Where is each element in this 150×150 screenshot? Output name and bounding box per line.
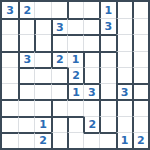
cell-r3c3[interactable] [34, 34, 50, 50]
cell-r2c1[interactable] [2, 18, 18, 34]
cell-r8c4[interactable] [51, 116, 67, 132]
cell-r4c8[interactable] [116, 51, 132, 67]
cell-r3c1[interactable] [2, 34, 18, 50]
cell-r3c6[interactable] [83, 34, 99, 50]
cell-r3c9[interactable] [132, 34, 148, 50]
cell-r7c9[interactable] [132, 99, 148, 115]
cell-r2c8[interactable] [116, 18, 132, 34]
cell-r4c9[interactable] [132, 51, 148, 67]
puzzle-screenshot: 32133321213312212 [0, 0, 150, 150]
cell-r4c2-given-3: 3 [18, 51, 34, 67]
puzzle-board: 32133321213312212 [0, 0, 150, 150]
cell-r6c2[interactable] [18, 83, 34, 99]
cell-r5c6[interactable] [83, 67, 99, 83]
cell-r8c8[interactable] [116, 116, 132, 132]
cell-r2c2[interactable] [18, 18, 34, 34]
cell-r3c5[interactable] [67, 34, 83, 50]
cell-r6c6-given-3: 3 [83, 83, 99, 99]
cell-r8c1[interactable] [2, 116, 18, 132]
cell-r4c5-given-1: 1 [67, 51, 83, 67]
cell-r6c4[interactable] [51, 83, 67, 99]
cell-r9c3-given-2: 2 [34, 132, 50, 148]
cell-r6c5-given-1: 1 [67, 83, 83, 99]
cell-r6c1[interactable] [2, 83, 18, 99]
cell-r9c7[interactable] [99, 132, 115, 148]
cell-r2c5[interactable] [67, 18, 83, 34]
cell-r5c5-given-2: 2 [67, 67, 83, 83]
cell-r1c1-given-3: 3 [2, 2, 18, 18]
cell-r7c5[interactable] [67, 99, 83, 115]
cell-r9c8-given-1: 1 [116, 132, 132, 148]
cell-r5c1[interactable] [2, 67, 18, 83]
cell-r2c6[interactable] [83, 18, 99, 34]
cell-r1c8[interactable] [116, 2, 132, 18]
cell-r5c2[interactable] [18, 67, 34, 83]
cell-r4c3[interactable] [34, 51, 50, 67]
cell-r2c4-given-3: 3 [51, 18, 67, 34]
cell-r8c3-given-1: 1 [34, 116, 50, 132]
cell-r3c2[interactable] [18, 34, 34, 50]
cell-r2c9[interactable] [132, 18, 148, 34]
cell-r3c7[interactable] [99, 34, 115, 50]
cell-r8c6-given-2: 2 [83, 116, 99, 132]
cell-r7c4[interactable] [51, 99, 67, 115]
cell-r1c7-given-1: 1 [99, 2, 115, 18]
cell-r3c8[interactable] [116, 34, 132, 50]
cell-r9c6[interactable] [83, 132, 99, 148]
cell-r5c7[interactable] [99, 67, 115, 83]
cell-r1c2-given-2: 2 [18, 2, 34, 18]
cell-r8c5[interactable] [67, 116, 83, 132]
cell-r6c7[interactable] [99, 83, 115, 99]
cell-r9c2[interactable] [18, 132, 34, 148]
cell-r4c7[interactable] [99, 51, 115, 67]
cell-r8c9[interactable] [132, 116, 148, 132]
cell-r6c9[interactable] [132, 83, 148, 99]
cell-r2c7-given-3: 3 [99, 18, 115, 34]
cell-r1c3[interactable] [34, 2, 50, 18]
cell-r9c5[interactable] [67, 132, 83, 148]
cell-r8c7[interactable] [99, 116, 115, 132]
cell-r7c8[interactable] [116, 99, 132, 115]
cell-r5c8[interactable] [116, 67, 132, 83]
cell-r5c9[interactable] [132, 67, 148, 83]
cell-r9c1[interactable] [2, 132, 18, 148]
cell-r8c2[interactable] [18, 116, 34, 132]
cell-r5c4[interactable] [51, 67, 67, 83]
cell-r6c8-given-3: 3 [116, 83, 132, 99]
cell-r6c3[interactable] [34, 83, 50, 99]
cell-r7c2[interactable] [18, 99, 34, 115]
cell-r7c3[interactable] [34, 99, 50, 115]
cell-r7c6[interactable] [83, 99, 99, 115]
cell-r1c9[interactable] [132, 2, 148, 18]
cell-r1c4[interactable] [51, 2, 67, 18]
cell-r4c4-given-2: 2 [51, 51, 67, 67]
cell-r9c4[interactable] [51, 132, 67, 148]
cell-r1c5[interactable] [67, 2, 83, 18]
cell-r7c7[interactable] [99, 99, 115, 115]
cell-r5c3[interactable] [34, 67, 50, 83]
cell-r3c4[interactable] [51, 34, 67, 50]
cell-r9c9-given-2: 2 [132, 132, 148, 148]
cell-r4c6[interactable] [83, 51, 99, 67]
cell-r2c3[interactable] [34, 18, 50, 34]
cell-r4c1[interactable] [2, 51, 18, 67]
cell-r1c6[interactable] [83, 2, 99, 18]
cell-r7c1[interactable] [2, 99, 18, 115]
